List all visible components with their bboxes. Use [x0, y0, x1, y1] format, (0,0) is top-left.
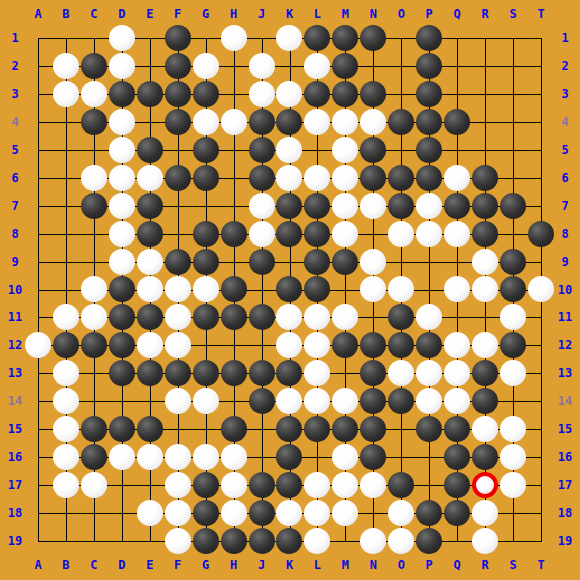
stone-white-N9[interactable]: [360, 249, 386, 275]
point-T17[interactable]: [527, 471, 555, 499]
point-S8[interactable]: [499, 220, 527, 248]
point-N6[interactable]: [359, 164, 387, 192]
stone-black-O12[interactable]: [388, 332, 414, 358]
point-F19[interactable]: [164, 527, 192, 555]
point-L14[interactable]: [303, 387, 331, 415]
point-G8[interactable]: [192, 220, 220, 248]
point-R16[interactable]: [471, 443, 499, 471]
stone-black-C15[interactable]: [81, 416, 107, 442]
point-S4[interactable]: [499, 108, 527, 136]
point-R5[interactable]: [471, 136, 499, 164]
stone-white-N17[interactable]: [360, 472, 386, 498]
point-E6[interactable]: [136, 164, 164, 192]
point-D15[interactable]: [108, 415, 136, 443]
stone-white-K18[interactable]: [276, 500, 302, 526]
point-O4[interactable]: [387, 108, 415, 136]
point-B13[interactable]: [52, 359, 80, 387]
point-A6[interactable]: [24, 164, 52, 192]
point-N8[interactable]: [359, 220, 387, 248]
point-M6[interactable]: [331, 164, 359, 192]
point-T7[interactable]: [527, 192, 555, 220]
point-H17[interactable]: [220, 471, 248, 499]
point-S3[interactable]: [499, 80, 527, 108]
point-P9[interactable]: [415, 248, 443, 276]
point-S7[interactable]: [499, 192, 527, 220]
stone-black-H11[interactable]: [221, 304, 247, 330]
point-T14[interactable]: [527, 387, 555, 415]
stone-white-C10[interactable]: [81, 276, 107, 302]
point-B15[interactable]: [52, 415, 80, 443]
point-M9[interactable]: [331, 248, 359, 276]
stone-black-P15[interactable]: [416, 416, 442, 442]
stone-white-N10[interactable]: [360, 276, 386, 302]
stone-white-H4[interactable]: [221, 109, 247, 135]
stone-black-Q18[interactable]: [444, 500, 470, 526]
stone-white-F18[interactable]: [165, 500, 191, 526]
stone-black-O17[interactable]: [388, 472, 414, 498]
stone-black-N14[interactable]: [360, 388, 386, 414]
point-H19[interactable]: [220, 527, 248, 555]
stone-black-H19[interactable]: [221, 528, 247, 554]
point-J4[interactable]: [248, 108, 276, 136]
stone-white-D1[interactable]: [109, 25, 135, 51]
stone-black-P2[interactable]: [416, 53, 442, 79]
point-M4[interactable]: [331, 108, 359, 136]
stone-white-N19[interactable]: [360, 528, 386, 554]
stone-white-D16[interactable]: [109, 444, 135, 470]
stone-black-E11[interactable]: [137, 304, 163, 330]
point-D12[interactable]: [108, 331, 136, 359]
stone-white-K5[interactable]: [276, 137, 302, 163]
point-H13[interactable]: [220, 359, 248, 387]
point-E3[interactable]: [136, 80, 164, 108]
stone-black-N5[interactable]: [360, 137, 386, 163]
point-E7[interactable]: [136, 192, 164, 220]
point-N11[interactable]: [359, 303, 387, 331]
point-P14[interactable]: [415, 387, 443, 415]
point-O17[interactable]: [387, 471, 415, 499]
point-S13[interactable]: [499, 359, 527, 387]
stone-black-H15[interactable]: [221, 416, 247, 442]
point-J15[interactable]: [248, 415, 276, 443]
point-D10[interactable]: [108, 276, 136, 304]
stone-black-G5[interactable]: [193, 137, 219, 163]
point-O6[interactable]: [387, 164, 415, 192]
point-L13[interactable]: [303, 359, 331, 387]
stone-white-S15[interactable]: [500, 416, 526, 442]
point-E16[interactable]: [136, 443, 164, 471]
stone-white-P8[interactable]: [416, 221, 442, 247]
point-T2[interactable]: [527, 52, 555, 80]
stone-white-L14[interactable]: [304, 388, 330, 414]
stone-white-R18[interactable]: [472, 500, 498, 526]
point-E12[interactable]: [136, 331, 164, 359]
point-R17[interactable]: [471, 471, 499, 499]
stone-white-R10[interactable]: [472, 276, 498, 302]
point-G13[interactable]: [192, 359, 220, 387]
point-O14[interactable]: [387, 387, 415, 415]
point-R6[interactable]: [471, 164, 499, 192]
stone-white-B13[interactable]: [53, 360, 79, 386]
point-R11[interactable]: [471, 303, 499, 331]
point-J17[interactable]: [248, 471, 276, 499]
stone-white-J2[interactable]: [249, 53, 275, 79]
stone-white-H1[interactable]: [221, 25, 247, 51]
point-S16[interactable]: [499, 443, 527, 471]
stone-black-D15[interactable]: [109, 416, 135, 442]
stone-black-O7[interactable]: [388, 193, 414, 219]
stone-black-P3[interactable]: [416, 81, 442, 107]
point-F8[interactable]: [164, 220, 192, 248]
point-O11[interactable]: [387, 303, 415, 331]
point-T19[interactable]: [527, 527, 555, 555]
stone-white-F10[interactable]: [165, 276, 191, 302]
stone-black-L7[interactable]: [304, 193, 330, 219]
point-M11[interactable]: [331, 303, 359, 331]
point-F7[interactable]: [164, 192, 192, 220]
point-N12[interactable]: [359, 331, 387, 359]
point-J9[interactable]: [248, 248, 276, 276]
stone-white-R15[interactable]: [472, 416, 498, 442]
stone-white-L17[interactable]: [304, 472, 330, 498]
point-O8[interactable]: [387, 220, 415, 248]
point-B18[interactable]: [52, 499, 80, 527]
point-H7[interactable]: [220, 192, 248, 220]
point-R12[interactable]: [471, 331, 499, 359]
point-R7[interactable]: [471, 192, 499, 220]
point-E11[interactable]: [136, 303, 164, 331]
point-G16[interactable]: [192, 443, 220, 471]
point-R1[interactable]: [471, 24, 499, 52]
point-S14[interactable]: [499, 387, 527, 415]
point-J6[interactable]: [248, 164, 276, 192]
point-K15[interactable]: [276, 415, 304, 443]
stone-white-L4[interactable]: [304, 109, 330, 135]
point-G12[interactable]: [192, 331, 220, 359]
point-G5[interactable]: [192, 136, 220, 164]
point-P4[interactable]: [415, 108, 443, 136]
point-S11[interactable]: [499, 303, 527, 331]
point-H5[interactable]: [220, 136, 248, 164]
point-H10[interactable]: [220, 276, 248, 304]
stone-white-G2[interactable]: [193, 53, 219, 79]
stone-white-M17[interactable]: [332, 472, 358, 498]
point-H6[interactable]: [220, 164, 248, 192]
point-O15[interactable]: [387, 415, 415, 443]
stone-black-F2[interactable]: [165, 53, 191, 79]
stone-black-N16[interactable]: [360, 444, 386, 470]
point-M10[interactable]: [331, 276, 359, 304]
stone-black-L9[interactable]: [304, 249, 330, 275]
point-K10[interactable]: [276, 276, 304, 304]
stone-black-H10[interactable]: [221, 276, 247, 302]
stone-black-P18[interactable]: [416, 500, 442, 526]
point-M5[interactable]: [331, 136, 359, 164]
point-G19[interactable]: [192, 527, 220, 555]
stone-black-F3[interactable]: [165, 81, 191, 107]
stone-white-R19[interactable]: [472, 528, 498, 554]
point-F5[interactable]: [164, 136, 192, 164]
stone-white-P7[interactable]: [416, 193, 442, 219]
stone-white-B2[interactable]: [53, 53, 79, 79]
point-Q14[interactable]: [443, 387, 471, 415]
point-B4[interactable]: [52, 108, 80, 136]
point-O10[interactable]: [387, 276, 415, 304]
point-C14[interactable]: [80, 387, 108, 415]
stone-white-M14[interactable]: [332, 388, 358, 414]
point-R14[interactable]: [471, 387, 499, 415]
point-O19[interactable]: [387, 527, 415, 555]
point-J7[interactable]: [248, 192, 276, 220]
point-Q6[interactable]: [443, 164, 471, 192]
point-N18[interactable]: [359, 499, 387, 527]
point-N16[interactable]: [359, 443, 387, 471]
point-O2[interactable]: [387, 52, 415, 80]
point-D11[interactable]: [108, 303, 136, 331]
stone-white-Q13[interactable]: [444, 360, 470, 386]
point-C11[interactable]: [80, 303, 108, 331]
point-N15[interactable]: [359, 415, 387, 443]
stone-black-J11[interactable]: [249, 304, 275, 330]
point-Q12[interactable]: [443, 331, 471, 359]
stone-white-Q12[interactable]: [444, 332, 470, 358]
point-L7[interactable]: [303, 192, 331, 220]
stone-black-Q17[interactable]: [444, 472, 470, 498]
point-A19[interactable]: [24, 527, 52, 555]
point-T9[interactable]: [527, 248, 555, 276]
stone-white-S17[interactable]: [500, 472, 526, 498]
point-S17[interactable]: [499, 471, 527, 499]
point-H14[interactable]: [220, 387, 248, 415]
stone-black-S9[interactable]: [500, 249, 526, 275]
point-D7[interactable]: [108, 192, 136, 220]
stone-black-E7[interactable]: [137, 193, 163, 219]
point-N2[interactable]: [359, 52, 387, 80]
point-F16[interactable]: [164, 443, 192, 471]
stone-black-C16[interactable]: [81, 444, 107, 470]
stone-black-R8[interactable]: [472, 221, 498, 247]
stone-white-E16[interactable]: [137, 444, 163, 470]
stone-black-G9[interactable]: [193, 249, 219, 275]
point-N10[interactable]: [359, 276, 387, 304]
stone-black-P1[interactable]: [416, 25, 442, 51]
point-S2[interactable]: [499, 52, 527, 80]
point-L11[interactable]: [303, 303, 331, 331]
point-T8[interactable]: [527, 220, 555, 248]
point-P15[interactable]: [415, 415, 443, 443]
point-E2[interactable]: [136, 52, 164, 80]
point-K1[interactable]: [276, 24, 304, 52]
stone-black-J17[interactable]: [249, 472, 275, 498]
stone-white-M5[interactable]: [332, 137, 358, 163]
point-O13[interactable]: [387, 359, 415, 387]
point-E17[interactable]: [136, 471, 164, 499]
stone-white-J7[interactable]: [249, 193, 275, 219]
stone-white-D6[interactable]: [109, 165, 135, 191]
stone-white-H17[interactable]: [221, 472, 247, 498]
stone-black-C2[interactable]: [81, 53, 107, 79]
stone-white-K1[interactable]: [276, 25, 302, 51]
point-E5[interactable]: [136, 136, 164, 164]
point-K3[interactable]: [276, 80, 304, 108]
point-N7[interactable]: [359, 192, 387, 220]
point-L9[interactable]: [303, 248, 331, 276]
point-T3[interactable]: [527, 80, 555, 108]
point-A2[interactable]: [24, 52, 52, 80]
point-L3[interactable]: [303, 80, 331, 108]
point-L17[interactable]: [303, 471, 331, 499]
stone-white-E9[interactable]: [137, 249, 163, 275]
stone-white-F17[interactable]: [165, 472, 191, 498]
point-J16[interactable]: [248, 443, 276, 471]
stone-white-D2[interactable]: [109, 53, 135, 79]
stone-white-Q6[interactable]: [444, 165, 470, 191]
stone-black-P19[interactable]: [416, 528, 442, 554]
point-L5[interactable]: [303, 136, 331, 164]
stone-black-O14[interactable]: [388, 388, 414, 414]
point-H9[interactable]: [220, 248, 248, 276]
point-A3[interactable]: [24, 80, 52, 108]
point-F14[interactable]: [164, 387, 192, 415]
point-K11[interactable]: [276, 303, 304, 331]
stone-black-Q4[interactable]: [444, 109, 470, 135]
point-L18[interactable]: [303, 499, 331, 527]
point-L15[interactable]: [303, 415, 331, 443]
point-Q5[interactable]: [443, 136, 471, 164]
stone-black-N6[interactable]: [360, 165, 386, 191]
stone-white-H18[interactable]: [221, 500, 247, 526]
stone-black-C7[interactable]: [81, 193, 107, 219]
point-P17[interactable]: [415, 471, 443, 499]
stone-white-B16[interactable]: [53, 444, 79, 470]
point-H15[interactable]: [220, 415, 248, 443]
point-F9[interactable]: [164, 248, 192, 276]
stone-white-E6[interactable]: [137, 165, 163, 191]
point-C2[interactable]: [80, 52, 108, 80]
point-G6[interactable]: [192, 164, 220, 192]
stone-black-M9[interactable]: [332, 249, 358, 275]
point-T5[interactable]: [527, 136, 555, 164]
point-L1[interactable]: [303, 24, 331, 52]
stone-white-O19[interactable]: [388, 528, 414, 554]
point-H8[interactable]: [220, 220, 248, 248]
stone-white-N7[interactable]: [360, 193, 386, 219]
point-J13[interactable]: [248, 359, 276, 387]
point-K9[interactable]: [276, 248, 304, 276]
stone-white-Q8[interactable]: [444, 221, 470, 247]
point-F6[interactable]: [164, 164, 192, 192]
stone-white-G16[interactable]: [193, 444, 219, 470]
point-A15[interactable]: [24, 415, 52, 443]
stone-black-E5[interactable]: [137, 137, 163, 163]
stone-black-K15[interactable]: [276, 416, 302, 442]
point-L19[interactable]: [303, 527, 331, 555]
point-Q9[interactable]: [443, 248, 471, 276]
point-P6[interactable]: [415, 164, 443, 192]
stone-white-L12[interactable]: [304, 332, 330, 358]
point-E15[interactable]: [136, 415, 164, 443]
stone-black-P5[interactable]: [416, 137, 442, 163]
stone-white-E10[interactable]: [137, 276, 163, 302]
point-A9[interactable]: [24, 248, 52, 276]
stone-white-M7[interactable]: [332, 193, 358, 219]
stone-black-L1[interactable]: [304, 25, 330, 51]
point-C1[interactable]: [80, 24, 108, 52]
point-E14[interactable]: [136, 387, 164, 415]
point-K18[interactable]: [276, 499, 304, 527]
stone-black-S7[interactable]: [500, 193, 526, 219]
stone-white-L11[interactable]: [304, 304, 330, 330]
stone-black-J18[interactable]: [249, 500, 275, 526]
point-H2[interactable]: [220, 52, 248, 80]
stone-white-F11[interactable]: [165, 304, 191, 330]
point-F4[interactable]: [164, 108, 192, 136]
point-B1[interactable]: [52, 24, 80, 52]
point-Q19[interactable]: [443, 527, 471, 555]
stone-white-A12[interactable]: [25, 332, 51, 358]
stone-black-D13[interactable]: [109, 360, 135, 386]
point-C13[interactable]: [80, 359, 108, 387]
stone-white-M11[interactable]: [332, 304, 358, 330]
point-B16[interactable]: [52, 443, 80, 471]
point-Q15[interactable]: [443, 415, 471, 443]
stone-white-R9[interactable]: [472, 249, 498, 275]
point-M12[interactable]: [331, 331, 359, 359]
point-A10[interactable]: [24, 276, 52, 304]
point-M8[interactable]: [331, 220, 359, 248]
stone-black-O4[interactable]: [388, 109, 414, 135]
point-T11[interactable]: [527, 303, 555, 331]
stone-white-L6[interactable]: [304, 165, 330, 191]
point-A1[interactable]: [24, 24, 52, 52]
stone-black-N12[interactable]: [360, 332, 386, 358]
stone-black-J4[interactable]: [249, 109, 275, 135]
stone-white-R12[interactable]: [472, 332, 498, 358]
stone-black-G17[interactable]: [193, 472, 219, 498]
stone-black-D11[interactable]: [109, 304, 135, 330]
point-L8[interactable]: [303, 220, 331, 248]
stone-white-M6[interactable]: [332, 165, 358, 191]
point-K6[interactable]: [276, 164, 304, 192]
stone-white-G4[interactable]: [193, 109, 219, 135]
point-C3[interactable]: [80, 80, 108, 108]
point-L4[interactable]: [303, 108, 331, 136]
stone-white-S11[interactable]: [500, 304, 526, 330]
point-B6[interactable]: [52, 164, 80, 192]
point-J2[interactable]: [248, 52, 276, 80]
point-J14[interactable]: [248, 387, 276, 415]
point-S19[interactable]: [499, 527, 527, 555]
stone-white-D5[interactable]: [109, 137, 135, 163]
stone-white-L13[interactable]: [304, 360, 330, 386]
point-J11[interactable]: [248, 303, 276, 331]
point-S5[interactable]: [499, 136, 527, 164]
point-F12[interactable]: [164, 331, 192, 359]
point-O1[interactable]: [387, 24, 415, 52]
stone-white-O10[interactable]: [388, 276, 414, 302]
stone-black-M3[interactable]: [332, 81, 358, 107]
stone-white-C6[interactable]: [81, 165, 107, 191]
point-P2[interactable]: [415, 52, 443, 80]
point-G17[interactable]: [192, 471, 220, 499]
point-F1[interactable]: [164, 24, 192, 52]
point-T6[interactable]: [527, 164, 555, 192]
point-S9[interactable]: [499, 248, 527, 276]
stone-white-P11[interactable]: [416, 304, 442, 330]
stone-black-G8[interactable]: [193, 221, 219, 247]
point-F13[interactable]: [164, 359, 192, 387]
stone-white-Q14[interactable]: [444, 388, 470, 414]
